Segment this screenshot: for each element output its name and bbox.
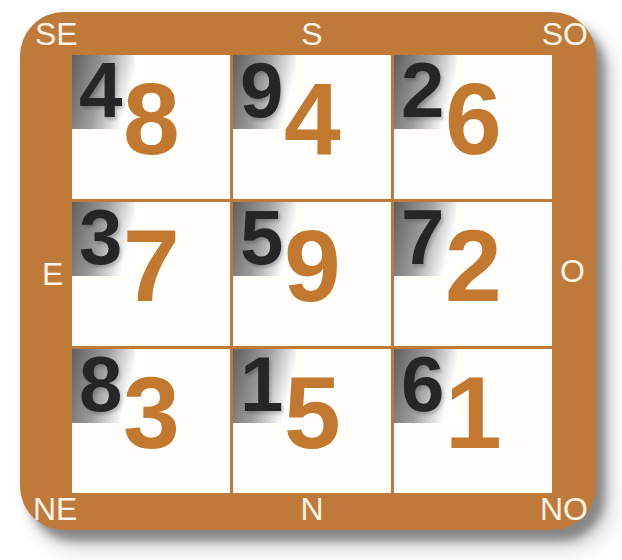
- compass-label-so: SO: [542, 12, 588, 56]
- cell-no: 6 1: [394, 349, 552, 493]
- compass-label-ne: NE: [33, 489, 77, 529]
- star-number: 5: [284, 362, 341, 464]
- star-number: 6: [445, 68, 502, 170]
- compass-label-no: NO: [540, 489, 588, 529]
- cell-se: 4 8: [72, 55, 230, 199]
- lo-shu-board: SE S SO E O NE N NO 4 8 9 4 2 6 3 7 5 9 …: [20, 12, 596, 530]
- star-number: 1: [445, 362, 502, 464]
- compass-label-o: O: [560, 253, 585, 289]
- cell-so: 2 6: [394, 55, 552, 199]
- star-number: 3: [123, 362, 180, 464]
- star-number: 2: [445, 215, 502, 317]
- star-number: 9: [284, 215, 341, 317]
- magic-square-grid: 4 8 9 4 2 6 3 7 5 9 7 2 8 3 1 5: [72, 55, 552, 493]
- cell-o: 7 2: [394, 202, 552, 346]
- star-number: 8: [123, 68, 180, 170]
- compass-label-e: E: [42, 256, 63, 292]
- cell-n: 1 5: [233, 349, 391, 493]
- star-number: 7: [123, 215, 180, 317]
- cell-s: 9 4: [233, 55, 391, 199]
- compass-label-s: S: [72, 12, 552, 56]
- cell-center: 5 9: [233, 202, 391, 346]
- cell-e: 3 7: [72, 202, 230, 346]
- cell-ne: 8 3: [72, 349, 230, 493]
- star-number: 4: [284, 68, 341, 170]
- compass-label-n: N: [72, 489, 552, 529]
